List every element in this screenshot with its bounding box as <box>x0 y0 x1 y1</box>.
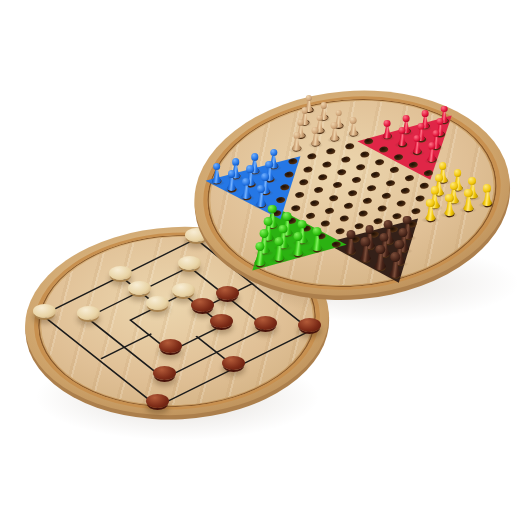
peg-body <box>344 239 358 255</box>
peg-body <box>348 124 358 136</box>
peg-blue[interactable] <box>240 178 252 200</box>
peg-head <box>247 165 255 173</box>
peg-head <box>384 220 393 229</box>
peg-head <box>268 205 277 214</box>
peg-body <box>253 251 267 267</box>
peg-head <box>270 149 277 156</box>
peg-head <box>422 110 429 117</box>
peg-head <box>297 220 306 229</box>
peg-body <box>240 185 252 199</box>
peg-head <box>418 123 425 130</box>
peg-head <box>441 106 448 113</box>
peg-head <box>293 232 302 241</box>
disc-light-b6[interactable] <box>178 256 201 270</box>
peg-natural[interactable] <box>310 127 321 146</box>
peg-head <box>320 102 327 109</box>
peg-head <box>395 240 404 249</box>
peg-green[interactable] <box>272 237 286 262</box>
peg-body <box>382 127 392 139</box>
peg-body <box>373 254 387 270</box>
peg-head <box>365 225 374 234</box>
peg-natural[interactable] <box>329 122 339 141</box>
peg-head <box>483 184 491 192</box>
peg-red[interactable] <box>382 120 392 139</box>
peg-head <box>361 237 370 246</box>
peg-head <box>283 212 292 221</box>
peg-head <box>449 182 457 190</box>
peg-dark[interactable] <box>388 252 402 278</box>
peg-body <box>329 129 339 141</box>
disc-light-c4[interactable] <box>146 296 169 310</box>
peg-head <box>399 127 406 134</box>
peg-yellow[interactable] <box>424 199 437 222</box>
peg-body <box>443 202 456 216</box>
peg-head <box>301 107 308 114</box>
peg-head <box>445 194 453 202</box>
peg-head <box>413 135 420 142</box>
disc-light-a1[interactable] <box>33 304 56 318</box>
peg-head <box>350 117 357 124</box>
peg-head <box>430 186 438 194</box>
disc-dark-e5[interactable] <box>210 314 233 328</box>
peg-body <box>291 138 302 150</box>
peg-head <box>266 161 274 169</box>
disc-dark-f2[interactable] <box>153 366 176 380</box>
peg-head <box>464 189 472 197</box>
peg-head <box>403 115 410 122</box>
peg-red[interactable] <box>397 127 408 146</box>
peg-dark[interactable] <box>373 245 387 270</box>
peg-dark[interactable] <box>344 230 358 254</box>
peg-body <box>211 170 223 183</box>
peg-head <box>232 158 240 166</box>
peg-head <box>346 230 355 239</box>
peg-head <box>331 122 338 129</box>
peg-body <box>462 197 474 211</box>
disc-dark-e3[interactable] <box>159 339 182 353</box>
peg-head <box>399 228 408 237</box>
scene <box>0 0 527 527</box>
peg-head <box>312 227 321 236</box>
peg-head <box>242 178 250 186</box>
peg-head <box>261 173 269 181</box>
peg-head <box>264 217 273 226</box>
peg-head <box>213 163 221 171</box>
disc-light-a4[interactable] <box>109 266 132 280</box>
peg-body <box>412 142 423 154</box>
peg-head <box>439 162 447 170</box>
peg-green[interactable] <box>310 227 324 251</box>
peg-head <box>435 174 443 182</box>
peg-head <box>403 216 412 225</box>
peg-body <box>424 207 437 222</box>
peg-dark[interactable] <box>359 237 373 262</box>
peg-red[interactable] <box>426 142 437 162</box>
peg-yellow[interactable] <box>443 194 456 216</box>
peg-body <box>481 192 493 206</box>
peg-head <box>384 120 391 127</box>
peg-head <box>312 127 319 134</box>
peg-yellow[interactable] <box>481 184 493 206</box>
peg-body <box>388 262 402 278</box>
peg-head <box>306 95 312 101</box>
peg-body <box>397 134 408 146</box>
peg-head <box>297 119 304 126</box>
peg-blue[interactable] <box>226 170 238 191</box>
peg-blue[interactable] <box>211 163 223 184</box>
peg-head <box>259 229 268 238</box>
peg-body <box>426 149 437 162</box>
peg-head <box>255 242 264 251</box>
peg-head <box>257 185 265 193</box>
peg-body <box>272 246 286 262</box>
peg-head <box>428 142 435 149</box>
peg-head <box>251 153 259 161</box>
peg-body <box>226 178 238 192</box>
peg-head <box>454 169 462 177</box>
peg-natural[interactable] <box>348 117 358 135</box>
disc-light-b4[interactable] <box>128 281 151 295</box>
peg-head <box>335 110 342 117</box>
peg-head <box>293 132 300 139</box>
peg-natural[interactable] <box>291 132 302 151</box>
peg-yellow[interactable] <box>462 189 474 211</box>
peg-head <box>274 237 283 246</box>
peg-head <box>278 225 287 234</box>
peg-head <box>316 115 323 122</box>
peg-head <box>432 130 439 137</box>
peg-head <box>468 177 476 185</box>
peg-head <box>228 170 236 178</box>
peg-head <box>437 118 444 125</box>
peg-body <box>291 241 305 257</box>
peg-red[interactable] <box>412 135 423 154</box>
peg-body <box>310 134 321 146</box>
peg-head <box>426 199 434 207</box>
peg-green[interactable] <box>291 232 305 256</box>
peg-green[interactable] <box>253 242 267 267</box>
peg-body <box>310 236 324 252</box>
peg-head <box>380 233 389 242</box>
peg-body <box>359 246 373 262</box>
peg-head <box>376 245 385 254</box>
peg-head <box>391 252 400 261</box>
disc-light-c5[interactable] <box>172 283 195 297</box>
